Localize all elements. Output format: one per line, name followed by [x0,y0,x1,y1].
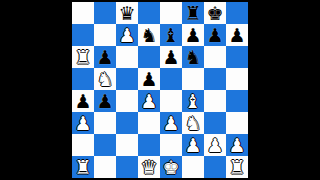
square-c2[interactable] [116,134,138,156]
square-c6[interactable] [116,46,138,68]
piece-black-pawn[interactable]: ♟ [94,90,116,112]
square-h4[interactable] [226,90,248,112]
square-d1[interactable]: ♛ [138,156,160,178]
square-f8[interactable]: ♜ [182,2,204,24]
square-c8[interactable]: ♛ [116,2,138,24]
square-b4[interactable]: ♟ [94,90,116,112]
piece-white-rook[interactable]: ♜ [226,156,248,178]
square-d8[interactable] [138,2,160,24]
piece-white-rook[interactable]: ♜ [72,156,94,178]
piece-white-bishop[interactable]: ♝ [182,90,204,112]
square-a7[interactable] [72,24,94,46]
square-a5[interactable] [72,68,94,90]
square-g6[interactable] [204,46,226,68]
piece-white-queen[interactable]: ♛ [138,156,160,178]
piece-black-king[interactable]: ♚ [204,2,226,24]
square-b1[interactable] [94,156,116,178]
piece-white-rook[interactable]: ♜ [72,46,94,68]
square-a6[interactable]: ♜ [72,46,94,68]
square-d6[interactable] [138,46,160,68]
square-a3[interactable]: ♟ [72,112,94,134]
piece-white-pawn[interactable]: ♟ [182,134,204,156]
square-d3[interactable] [138,112,160,134]
square-f6[interactable]: ♞ [182,46,204,68]
square-d4[interactable]: ♟ [138,90,160,112]
square-c1[interactable] [116,156,138,178]
piece-black-pawn[interactable]: ♟ [72,90,94,112]
square-h5[interactable] [226,68,248,90]
piece-black-rook[interactable]: ♜ [182,2,204,24]
square-c7[interactable]: ♟ [116,24,138,46]
piece-black-pawn[interactable]: ♟ [226,24,248,46]
square-e3[interactable]: ♟ [160,112,182,134]
piece-black-pawn[interactable]: ♟ [204,24,226,46]
square-a4[interactable]: ♟ [72,90,94,112]
piece-white-pawn[interactable]: ♟ [138,90,160,112]
square-c3[interactable] [116,112,138,134]
piece-black-pawn[interactable]: ♟ [160,46,182,68]
square-h6[interactable] [226,46,248,68]
piece-white-pawn[interactable]: ♟ [160,112,182,134]
square-e2[interactable] [160,134,182,156]
square-f4[interactable]: ♝ [182,90,204,112]
square-b3[interactable] [94,112,116,134]
piece-black-knight[interactable]: ♞ [182,46,204,68]
square-h8[interactable] [226,2,248,24]
square-g5[interactable] [204,68,226,90]
square-f5[interactable] [182,68,204,90]
square-f1[interactable] [182,156,204,178]
square-g2[interactable]: ♟ [204,134,226,156]
square-b8[interactable] [94,2,116,24]
square-e6[interactable]: ♟ [160,46,182,68]
square-g7[interactable]: ♟ [204,24,226,46]
square-e4[interactable] [160,90,182,112]
piece-black-pawn[interactable]: ♟ [182,24,204,46]
square-c4[interactable] [116,90,138,112]
square-d7[interactable]: ♞ [138,24,160,46]
piece-black-knight[interactable]: ♞ [138,24,160,46]
square-h7[interactable]: ♟ [226,24,248,46]
square-g4[interactable] [204,90,226,112]
piece-white-knight[interactable]: ♞ [182,112,204,134]
square-e7[interactable]: ♝ [160,24,182,46]
piece-white-pawn[interactable]: ♟ [72,112,94,134]
square-f3[interactable]: ♞ [182,112,204,134]
square-a2[interactable] [72,134,94,156]
piece-white-knight[interactable]: ♞ [94,68,116,90]
square-e8[interactable] [160,2,182,24]
piece-white-king[interactable]: ♚ [160,156,182,178]
piece-white-pawn[interactable]: ♟ [116,24,138,46]
square-h3[interactable] [226,112,248,134]
square-b6[interactable]: ♟ [94,46,116,68]
square-g3[interactable] [204,112,226,134]
piece-black-queen[interactable]: ♛ [116,2,138,24]
chess-board: ♛♜♚♟♞♝♟♟♟♜♟♟♞♞♟♟♟♟♝♟♟♞♟♟♟♜♛♚♜ [72,2,248,178]
piece-black-pawn[interactable]: ♟ [138,68,160,90]
square-g1[interactable] [204,156,226,178]
square-d2[interactable] [138,134,160,156]
game-screen: ♛♜♚♟♞♝♟♟♟♜♟♟♞♞♟♟♟♟♝♟♟♞♟♟♟♜♛♚♜ [0,0,320,180]
square-f2[interactable]: ♟ [182,134,204,156]
square-a8[interactable] [72,2,94,24]
piece-white-pawn[interactable]: ♟ [204,134,226,156]
piece-black-pawn[interactable]: ♟ [94,46,116,68]
square-e5[interactable] [160,68,182,90]
square-f7[interactable]: ♟ [182,24,204,46]
square-b5[interactable]: ♞ [94,68,116,90]
piece-black-bishop[interactable]: ♝ [160,24,182,46]
square-a1[interactable]: ♜ [72,156,94,178]
piece-white-pawn[interactable]: ♟ [226,134,248,156]
square-g8[interactable]: ♚ [204,2,226,24]
square-h2[interactable]: ♟ [226,134,248,156]
square-b2[interactable] [94,134,116,156]
square-c5[interactable] [116,68,138,90]
square-h1[interactable]: ♜ [226,156,248,178]
square-e1[interactable]: ♚ [160,156,182,178]
square-b7[interactable] [94,24,116,46]
square-d5[interactable]: ♟ [138,68,160,90]
